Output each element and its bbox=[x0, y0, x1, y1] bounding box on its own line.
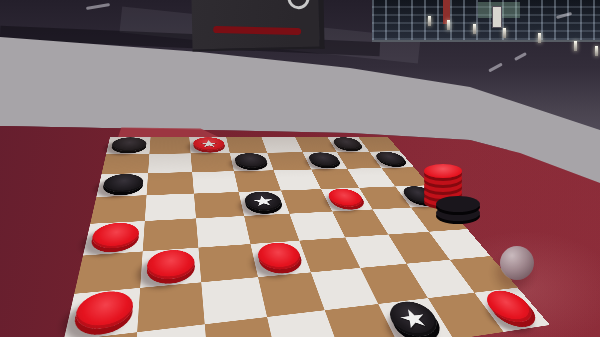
captured-black-disc[interactable] bbox=[436, 196, 480, 212]
menu-ring-icon[interactable] bbox=[287, 0, 309, 9]
king-star-icon: ★ bbox=[193, 137, 226, 150]
king-star-icon: ★ bbox=[243, 191, 284, 212]
board-square[interactable] bbox=[143, 218, 199, 251]
street-bollard bbox=[473, 24, 476, 34]
red-king-piece[interactable]: ★ bbox=[193, 137, 226, 150]
floating-menu-panel[interactable] bbox=[191, 0, 324, 51]
board-square[interactable] bbox=[145, 194, 196, 221]
board-square[interactable] bbox=[90, 195, 146, 224]
lane-marking bbox=[514, 52, 527, 61]
board-square[interactable] bbox=[192, 171, 239, 193]
board-square[interactable] bbox=[226, 137, 267, 153]
street-bollard bbox=[428, 16, 431, 26]
board-square[interactable] bbox=[147, 172, 194, 195]
board-square[interactable] bbox=[148, 153, 192, 173]
vr-checkers-scene: ★★★ bbox=[0, 0, 600, 337]
captured-black-stack[interactable] bbox=[436, 196, 482, 224]
street-bollard bbox=[574, 41, 577, 51]
lane-marking bbox=[86, 3, 110, 10]
street-bollard bbox=[538, 33, 541, 43]
captured-red-disc[interactable] bbox=[424, 164, 462, 178]
board-square[interactable] bbox=[191, 153, 234, 172]
board-square[interactable] bbox=[198, 244, 258, 282]
street-sign bbox=[492, 6, 502, 28]
menu-progress-bar bbox=[213, 26, 301, 35]
board-square[interactable] bbox=[149, 137, 190, 154]
street-bollard bbox=[503, 28, 506, 38]
street-bollard bbox=[447, 20, 450, 30]
glass-sphere[interactable] bbox=[500, 246, 534, 280]
lane-marking bbox=[488, 63, 503, 73]
board-square[interactable] bbox=[196, 216, 251, 248]
board-square[interactable] bbox=[194, 192, 244, 218]
board-square[interactable] bbox=[102, 154, 150, 174]
black-king-piece[interactable]: ★ bbox=[243, 191, 284, 212]
street-bollard bbox=[595, 46, 598, 56]
